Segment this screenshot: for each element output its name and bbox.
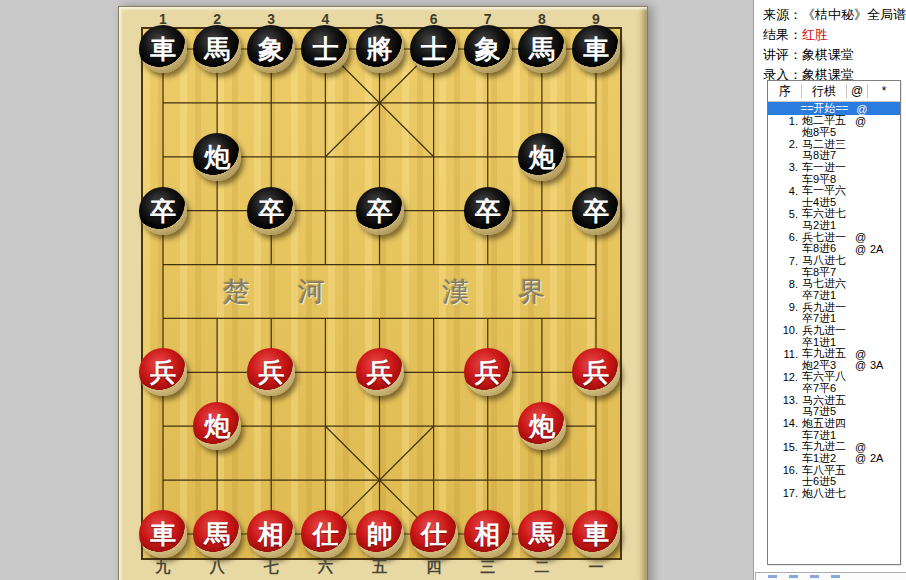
piece-glyph: 馬	[529, 521, 555, 547]
xiangqi-piece-red[interactable]: 馬	[518, 510, 566, 558]
xiangqi-piece-black[interactable]: 馬	[518, 25, 566, 73]
piece-glyph: 卒	[150, 198, 176, 224]
file-label-bottom: 二	[534, 558, 549, 577]
commentary-line: 讲评：象棋课堂	[763, 45, 906, 65]
move-cell-n: 7.	[768, 255, 802, 267]
piece-glyph: 士	[421, 36, 447, 62]
xiangqi-piece-black[interactable]: 炮	[518, 133, 566, 181]
move-cell-a: @	[855, 231, 870, 243]
game-info-panel: 来源：《桔中秘》全局谱 结果：红胜 讲评：象棋课堂 录入：象棋课堂 序行棋@* …	[753, 0, 906, 580]
piece-glyph: 將	[367, 36, 393, 62]
move-cell-n: 17.	[768, 487, 802, 499]
xiangqi-piece-red[interactable]: 兵	[247, 348, 295, 396]
piece-glyph: 象	[475, 36, 501, 62]
xiangqi-piece-red[interactable]: 車	[139, 510, 187, 558]
xiangqi-board: 123456789 楚 河 漢 界 車馬象士將士象馬車炮炮卒卒卒卒卒兵兵兵兵兵炮…	[118, 6, 648, 580]
piece-glyph: 相	[258, 521, 284, 547]
xiangqi-piece-black[interactable]: 士	[301, 25, 349, 73]
move-cell-n: 14.	[768, 417, 802, 429]
move-cell-n: 4.	[768, 185, 802, 197]
move-list-column-header: 序	[768, 84, 802, 98]
xiangqi-piece-red[interactable]: 兵	[572, 348, 620, 396]
xiangqi-piece-red[interactable]: 相	[247, 510, 295, 558]
xiangqi-piece-red[interactable]: 仕	[410, 510, 458, 558]
xiangqi-piece-red[interactable]: 兵	[464, 348, 512, 396]
file-label-bottom: 六	[318, 558, 333, 577]
xiangqi-piece-black[interactable]: 象	[247, 25, 295, 73]
xiangqi-piece-black[interactable]: 炮	[193, 133, 241, 181]
move-cell-b: 2A	[870, 243, 900, 255]
move-cell-n: 12.	[768, 371, 802, 383]
piece-glyph: 馬	[204, 521, 230, 547]
file-label-bottom: 五	[372, 558, 387, 577]
xiangqi-piece-black[interactable]: 將	[356, 25, 404, 73]
piece-glyph: 炮	[529, 413, 555, 439]
move-cell-a: @	[855, 243, 870, 255]
move-cell-n: 1.	[768, 115, 802, 127]
piece-glyph: 卒	[367, 198, 393, 224]
xiangqi-piece-black[interactable]: 卒	[356, 187, 404, 235]
xiangqi-piece-red[interactable]: 炮	[518, 402, 566, 450]
move-cell-b: 3A	[870, 359, 900, 371]
piece-glyph: 象	[258, 36, 284, 62]
xiangqi-piece-black[interactable]: 馬	[193, 25, 241, 73]
move-cell-t: 炮八进七	[802, 486, 855, 501]
xiangqi-piece-red[interactable]: 相	[464, 510, 512, 558]
piece-glyph: 卒	[583, 198, 609, 224]
xiangqi-piece-red[interactable]: 馬	[193, 510, 241, 558]
move-row[interactable]: 17.炮八进七	[768, 488, 900, 500]
toolbar-mark-icon	[789, 575, 798, 578]
xiangqi-piece-red[interactable]: 兵	[356, 348, 404, 396]
xiangqi-piece-black[interactable]: 象	[464, 25, 512, 73]
file-label-bottom: 三	[480, 558, 495, 577]
move-list-column-header: 行棋	[802, 84, 847, 98]
river-label-left: 楚 河	[223, 274, 346, 310]
move-cell-n: 5.	[768, 208, 802, 220]
piece-glyph: 車	[583, 521, 609, 547]
river-label-right: 漢 界	[443, 274, 566, 310]
xiangqi-piece-red[interactable]: 仕	[301, 510, 349, 558]
xiangqi-piece-black[interactable]: 卒	[247, 187, 295, 235]
file-label-bottom: 八	[210, 558, 225, 577]
move-cell-n: 15.	[768, 441, 802, 453]
move-list-header: 序行棋@*	[768, 81, 900, 102]
file-label-bottom: 九	[156, 558, 171, 577]
file-label-bottom: 七	[264, 558, 279, 577]
move-cell-n: 2.	[768, 138, 802, 150]
piece-glyph: 士	[312, 36, 338, 62]
move-cell-n: 3.	[768, 161, 802, 173]
xiangqi-piece-black[interactable]: 卒	[572, 187, 620, 235]
move-cell-n: 13.	[768, 394, 802, 406]
xiangqi-piece-black[interactable]: 車	[139, 25, 187, 73]
xiangqi-piece-red[interactable]: 車	[572, 510, 620, 558]
move-cell-a: @	[855, 115, 870, 127]
toolbar-mark-icon	[831, 575, 840, 578]
piece-glyph: 仕	[421, 521, 447, 547]
piece-glyph: 卒	[258, 198, 284, 224]
file-label-bottom: 一	[589, 558, 604, 577]
result-line: 结果：红胜	[763, 25, 906, 45]
xiangqi-piece-red[interactable]: 帥	[356, 510, 404, 558]
piece-glyph: 車	[583, 36, 609, 62]
piece-glyph: 兵	[475, 359, 501, 385]
move-cell-a: @	[855, 359, 870, 371]
piece-glyph: 相	[475, 521, 501, 547]
piece-glyph: 車	[150, 521, 176, 547]
toolbar-mark-icon	[768, 575, 777, 578]
toolbar-mark-icon	[810, 575, 819, 578]
move-cell-a: @	[855, 441, 870, 453]
xiangqi-piece-red[interactable]: 兵	[139, 348, 187, 396]
piece-glyph: 車	[150, 36, 176, 62]
move-cell-n: 9.	[768, 301, 802, 313]
move-cell-a: @	[855, 348, 870, 360]
piece-glyph: 卒	[475, 198, 501, 224]
game-info-block: 来源：《桔中秘》全局谱 结果：红胜 讲评：象棋课堂 录入：象棋课堂	[754, 0, 906, 85]
move-list-rows: ==开始==@1.炮二平五@炮8平52.马二进三马8进73.车一进一车9平84.…	[768, 102, 900, 499]
piece-glyph: 兵	[367, 359, 393, 385]
move-cell-b: 2A	[870, 452, 900, 464]
piece-glyph: 仕	[312, 521, 338, 547]
move-list-column-header: *	[868, 84, 900, 98]
move-cell-a: @	[856, 103, 867, 115]
xiangqi-piece-black[interactable]: 車	[572, 25, 620, 73]
piece-glyph: 帥	[367, 521, 393, 547]
result-value: 红胜	[802, 27, 828, 42]
piece-glyph: 兵	[258, 359, 284, 385]
piece-glyph: 馬	[204, 36, 230, 62]
xiangqi-piece-black[interactable]: 士	[410, 25, 458, 73]
move-list[interactable]: 序行棋@* ==开始==@1.炮二平五@炮8平52.马二进三马8进73.车一进一…	[767, 80, 901, 565]
source-line: 来源：《桔中秘》全局谱	[763, 5, 906, 25]
piece-glyph: 兵	[583, 359, 609, 385]
move-cell-n: 16.	[768, 464, 802, 476]
move-cell-n: 10.	[768, 324, 802, 336]
bottom-toolbar-partial	[755, 572, 906, 580]
move-cell-n: 8.	[768, 278, 802, 290]
xiangqi-piece-red[interactable]: 炮	[193, 402, 241, 450]
xiangqi-piece-black[interactable]: 卒	[139, 187, 187, 235]
file-label-bottom: 四	[426, 558, 441, 577]
piece-glyph: 炮	[529, 144, 555, 170]
move-cell-n: 6.	[768, 231, 802, 243]
move-list-column-header: @	[847, 84, 868, 98]
piece-glyph: 兵	[150, 359, 176, 385]
xiangqi-piece-black[interactable]: 卒	[464, 187, 512, 235]
move-cell-a: @	[855, 452, 870, 464]
piece-glyph: 炮	[204, 413, 230, 439]
move-cell-n: 11.	[768, 348, 802, 360]
piece-glyph: 炮	[204, 144, 230, 170]
piece-glyph: 馬	[529, 36, 555, 62]
board-field: 楚 河 漢 界 車馬象士將士象馬車炮炮卒卒卒卒卒兵兵兵兵兵炮炮車馬相仕帥仕相馬車	[141, 27, 622, 560]
board-grid[interactable]: 楚 河 漢 界 車馬象士將士象馬車炮炮卒卒卒卒卒兵兵兵兵兵炮炮車馬相仕帥仕相馬車	[163, 49, 596, 534]
